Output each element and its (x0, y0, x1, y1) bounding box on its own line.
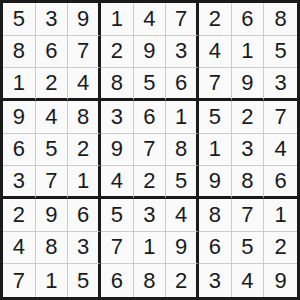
cell-r6c2[interactable]: 7 (36, 166, 69, 199)
cell-r2c1[interactable]: 8 (3, 36, 36, 69)
cell-r4c9[interactable]: 7 (264, 101, 297, 134)
cell-r8c8[interactable]: 5 (232, 232, 265, 265)
cell-r9c8[interactable]: 4 (232, 264, 265, 297)
cell-r2c3[interactable]: 7 (68, 36, 101, 69)
cell-r4c2[interactable]: 4 (36, 101, 69, 134)
cell-r7c6[interactable]: 4 (166, 199, 199, 232)
cell-r5c2[interactable]: 5 (36, 134, 69, 167)
cell-r6c1[interactable]: 3 (3, 166, 36, 199)
cell-r7c2[interactable]: 9 (36, 199, 69, 232)
cell-r8c6[interactable]: 9 (166, 232, 199, 265)
cell-r2c6[interactable]: 3 (166, 36, 199, 69)
cell-r7c1[interactable]: 2 (3, 199, 36, 232)
cell-r3c1[interactable]: 1 (3, 68, 36, 101)
cell-r8c1[interactable]: 4 (3, 232, 36, 265)
cell-r1c2[interactable]: 3 (36, 3, 69, 36)
cell-r6c9[interactable]: 6 (264, 166, 297, 199)
cell-r4c4[interactable]: 3 (101, 101, 134, 134)
cell-r8c5[interactable]: 1 (134, 232, 167, 265)
cell-r7c9[interactable]: 1 (264, 199, 297, 232)
cell-r1c3[interactable]: 9 (68, 3, 101, 36)
cell-r4c5[interactable]: 6 (134, 101, 167, 134)
cell-r9c9[interactable]: 9 (264, 264, 297, 297)
cell-r9c1[interactable]: 7 (3, 264, 36, 297)
cell-r1c9[interactable]: 8 (264, 3, 297, 36)
cell-r7c3[interactable]: 6 (68, 199, 101, 232)
cell-r8c4[interactable]: 7 (101, 232, 134, 265)
cell-r6c3[interactable]: 1 (68, 166, 101, 199)
cell-r9c5[interactable]: 8 (134, 264, 167, 297)
cell-r5c6[interactable]: 8 (166, 134, 199, 167)
cell-r6c8[interactable]: 8 (232, 166, 265, 199)
cell-r1c4[interactable]: 1 (101, 3, 134, 36)
cell-r5c7[interactable]: 1 (199, 134, 232, 167)
cell-r2c4[interactable]: 2 (101, 36, 134, 69)
cell-r3c8[interactable]: 9 (232, 68, 265, 101)
cell-r4c7[interactable]: 5 (199, 101, 232, 134)
cell-r5c3[interactable]: 2 (68, 134, 101, 167)
cell-r6c4[interactable]: 4 (101, 166, 134, 199)
cell-r1c1[interactable]: 5 (3, 3, 36, 36)
cell-r2c2[interactable]: 6 (36, 36, 69, 69)
cell-r7c4[interactable]: 5 (101, 199, 134, 232)
cell-r9c2[interactable]: 1 (36, 264, 69, 297)
cell-r7c8[interactable]: 7 (232, 199, 265, 232)
cell-r4c1[interactable]: 9 (3, 101, 36, 134)
cell-r8c2[interactable]: 8 (36, 232, 69, 265)
cell-r9c7[interactable]: 3 (199, 264, 232, 297)
cell-r3c4[interactable]: 8 (101, 68, 134, 101)
cell-r7c5[interactable]: 3 (134, 199, 167, 232)
cell-r3c2[interactable]: 2 (36, 68, 69, 101)
cell-r3c9[interactable]: 3 (264, 68, 297, 101)
cell-r9c3[interactable]: 5 (68, 264, 101, 297)
cell-r1c8[interactable]: 6 (232, 3, 265, 36)
cell-r3c6[interactable]: 6 (166, 68, 199, 101)
cell-r2c7[interactable]: 4 (199, 36, 232, 69)
cell-r9c4[interactable]: 6 (101, 264, 134, 297)
cell-r2c5[interactable]: 9 (134, 36, 167, 69)
cell-r5c8[interactable]: 3 (232, 134, 265, 167)
cell-r3c5[interactable]: 5 (134, 68, 167, 101)
cell-r3c7[interactable]: 7 (199, 68, 232, 101)
sudoku-board: 5 3 9 1 4 7 2 6 8 8 6 7 2 9 3 4 1 5 1 2 … (0, 0, 300, 300)
cell-r4c6[interactable]: 1 (166, 101, 199, 134)
cell-r5c5[interactable]: 7 (134, 134, 167, 167)
cell-r6c7[interactable]: 9 (199, 166, 232, 199)
cell-r6c6[interactable]: 5 (166, 166, 199, 199)
cell-r6c5[interactable]: 2 (134, 166, 167, 199)
cell-r4c8[interactable]: 2 (232, 101, 265, 134)
cell-r5c4[interactable]: 9 (101, 134, 134, 167)
cell-r1c6[interactable]: 7 (166, 3, 199, 36)
cell-r3c3[interactable]: 4 (68, 68, 101, 101)
cell-r7c7[interactable]: 8 (199, 199, 232, 232)
cell-r8c9[interactable]: 2 (264, 232, 297, 265)
cell-r1c5[interactable]: 4 (134, 3, 167, 36)
cell-r9c6[interactable]: 2 (166, 264, 199, 297)
cell-r1c7[interactable]: 2 (199, 3, 232, 36)
cell-r8c7[interactable]: 6 (199, 232, 232, 265)
cell-r4c3[interactable]: 8 (68, 101, 101, 134)
cell-r2c8[interactable]: 1 (232, 36, 265, 69)
cell-r5c9[interactable]: 4 (264, 134, 297, 167)
cell-r5c1[interactable]: 6 (3, 134, 36, 167)
cell-r2c9[interactable]: 5 (264, 36, 297, 69)
cell-r8c3[interactable]: 3 (68, 232, 101, 265)
